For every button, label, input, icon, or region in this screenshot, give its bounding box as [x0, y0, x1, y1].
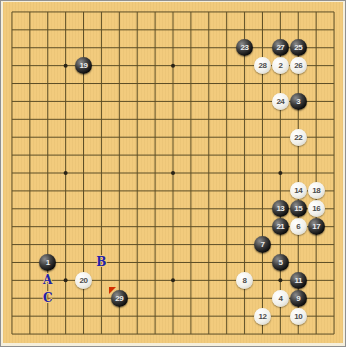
intersection-R2[interactable]: 10 [289, 307, 307, 325]
star-point [64, 171, 68, 175]
black-stone-3[interactable]: 3 [290, 93, 307, 110]
white-stone-22[interactable]: 22 [290, 129, 307, 146]
white-stone-16[interactable]: 16 [308, 200, 325, 217]
star-point [64, 64, 68, 68]
move-option-letter-A: A [43, 274, 52, 286]
white-stone-4[interactable]: 4 [272, 290, 289, 307]
move-option-letter-B: B [96, 256, 106, 268]
star-point [64, 278, 68, 282]
white-stone-6[interactable]: 6 [290, 218, 307, 235]
black-stone-25[interactable]: 25 [290, 39, 307, 56]
star-point [171, 278, 175, 282]
move-option-letter-C: C [43, 292, 53, 304]
star-point [171, 171, 175, 175]
white-stone-26[interactable]: 26 [290, 57, 307, 74]
go-board[interactable]: ABC1234567891011121314151617181920212223… [3, 3, 343, 343]
black-stone-29[interactable]: 29 [111, 290, 128, 307]
black-stone-21[interactable]: 21 [272, 218, 289, 235]
black-stone-15[interactable]: 15 [290, 200, 307, 217]
white-stone-10[interactable]: 10 [290, 308, 307, 325]
intersection-R12[interactable]: 22 [289, 128, 307, 146]
white-stone-8[interactable]: 8 [236, 272, 253, 289]
star-point [278, 171, 282, 175]
white-stone-2[interactable]: 2 [272, 57, 289, 74]
black-stone-5[interactable]: 5 [272, 254, 289, 271]
black-stone-27[interactable]: 27 [272, 39, 289, 56]
black-stone-17[interactable]: 17 [308, 218, 325, 235]
white-stone-18[interactable]: 18 [308, 182, 325, 199]
white-stone-28[interactable]: 28 [254, 57, 271, 74]
white-stone-24[interactable]: 24 [272, 93, 289, 110]
black-stone-7[interactable]: 7 [254, 236, 271, 253]
go-diagram-window: ABC1234567891011121314151617181920212223… [0, 0, 346, 347]
white-stone-14[interactable]: 14 [290, 182, 307, 199]
white-stone-12[interactable]: 12 [254, 308, 271, 325]
star-point [171, 64, 175, 68]
last-move-red-triangle-marker [109, 287, 116, 294]
star-point [278, 278, 282, 282]
black-stone-19[interactable]: 19 [75, 57, 92, 74]
black-stone-11[interactable]: 11 [290, 272, 307, 289]
white-stone-20[interactable]: 20 [75, 272, 92, 289]
black-stone-9[interactable]: 9 [290, 290, 307, 307]
